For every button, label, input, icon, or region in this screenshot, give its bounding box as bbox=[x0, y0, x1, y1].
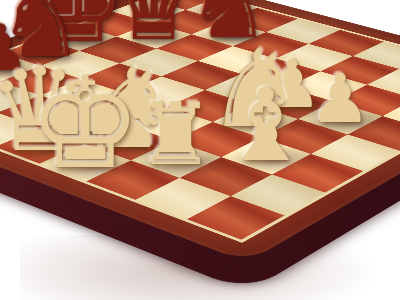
piece-white-pawn-e2[interactable]: ♟ bbox=[310, 65, 371, 133]
piece-white-king-a4[interactable]: ♚ bbox=[29, 61, 142, 187]
photo-backdrop: ♟♞♚♛♟♞♛♟♚♞♜♞♟♝♟ bbox=[0, 0, 400, 300]
pieces-layer: ♟♞♚♛♟♞♛♟♚♞♜♞♟♝♟ bbox=[0, 0, 400, 300]
piece-white-rook-b3[interactable]: ♜ bbox=[138, 92, 215, 178]
piece-white-bishop-c2[interactable]: ♝ bbox=[221, 76, 311, 176]
